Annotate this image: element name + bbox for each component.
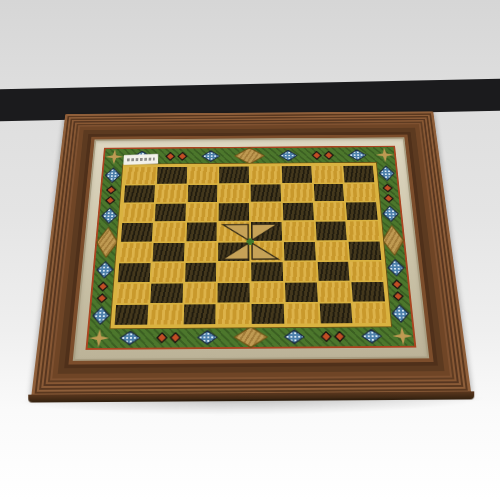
- red-diamond-motif: [382, 184, 395, 203]
- square-c3: [185, 262, 217, 281]
- blue-diamond-motif: [378, 165, 396, 181]
- square-c4: [185, 242, 216, 261]
- blue-diamond-motif: [279, 150, 298, 162]
- square-h1: [353, 303, 387, 323]
- blue-diamond-motif: [91, 306, 111, 325]
- tan-diamond-motif: [380, 225, 406, 257]
- blue-diamond-motif: [347, 149, 367, 161]
- square-a5: [121, 223, 153, 241]
- square-h3: [350, 261, 383, 280]
- square-b5: [153, 223, 184, 241]
- star-icon: [375, 147, 395, 162]
- square-a8: [125, 167, 156, 184]
- corner-star-motif: [389, 324, 416, 347]
- square-e2: [251, 283, 283, 303]
- square-b3: [151, 263, 183, 282]
- square-a4: [119, 243, 151, 262]
- square-f5: [283, 222, 314, 240]
- square-d2: [218, 283, 250, 303]
- square-a2: [116, 283, 149, 303]
- square-e8: [251, 166, 281, 183]
- red-diamond-motif: [391, 279, 405, 301]
- motif-strip-top: [125, 146, 375, 166]
- square-g7: [313, 184, 344, 201]
- square-g3: [317, 261, 349, 280]
- square-b7: [156, 185, 187, 202]
- red-diamond-motif: [156, 332, 182, 344]
- blue-diamond-motif: [197, 330, 219, 345]
- center-motif: [213, 219, 287, 264]
- square-a6: [122, 204, 153, 222]
- square-a7: [124, 185, 155, 202]
- painted-border: [85, 146, 416, 350]
- square-a1: [115, 305, 148, 325]
- tan-diamond-motif: [233, 326, 268, 348]
- square-f3: [284, 262, 316, 281]
- square-f6: [283, 203, 314, 221]
- motif-strip-bottom: [111, 325, 391, 350]
- square-g5: [315, 222, 347, 240]
- square-h7: [345, 184, 376, 201]
- framed-board: [31, 111, 471, 396]
- square-e6: [251, 203, 281, 221]
- corner-star-motif: [373, 146, 397, 164]
- floor-shadow: [14, 397, 488, 416]
- square-h6: [346, 202, 378, 220]
- square-d6: [219, 203, 249, 221]
- game-board-photo: [29, 38, 471, 396]
- square-c8: [188, 167, 218, 184]
- blue-diamond-motif: [201, 150, 220, 162]
- blue-diamond-motif: [390, 304, 410, 323]
- blue-diamond-motif: [360, 329, 382, 344]
- square-g6: [314, 203, 345, 221]
- square-c2: [184, 283, 216, 303]
- square-d7: [219, 185, 249, 202]
- square-d3: [218, 262, 250, 281]
- red-diamond-motif: [165, 152, 188, 161]
- blue-diamond-motif: [104, 167, 122, 183]
- square-e7: [251, 184, 281, 201]
- checkerboard: [113, 164, 389, 326]
- square-b2: [150, 283, 183, 303]
- blue-diamond-motif: [119, 330, 141, 345]
- square-h8: [344, 166, 375, 183]
- center-triangle: [252, 243, 278, 259]
- square-c6: [187, 204, 218, 222]
- red-diamond-motif: [311, 151, 334, 160]
- square-f1: [285, 303, 318, 323]
- square-g2: [318, 282, 351, 302]
- square-f4: [284, 242, 316, 261]
- square-g4: [316, 241, 348, 260]
- square-b8: [157, 167, 187, 184]
- corner-star-motif: [85, 327, 112, 350]
- square-c5: [186, 223, 217, 241]
- square-f8: [282, 166, 312, 183]
- square-h5: [347, 222, 379, 240]
- tan-diamond-motif: [94, 227, 119, 259]
- square-d1: [217, 304, 249, 324]
- red-diamond-motif: [105, 185, 118, 204]
- red-diamond-motif: [320, 331, 346, 343]
- square-f7: [282, 184, 312, 201]
- square-e1: [252, 304, 285, 324]
- blue-diamond-motif: [386, 259, 405, 277]
- blue-diamond-motif: [381, 205, 400, 222]
- star-icon: [105, 149, 124, 164]
- square-g8: [313, 166, 343, 183]
- square-a3: [118, 263, 151, 282]
- center-triangle: [223, 243, 249, 259]
- blue-diamond-motif: [95, 261, 114, 279]
- red-diamond-motif: [96, 281, 110, 303]
- square-b6: [155, 204, 186, 222]
- center-cross: [248, 238, 252, 244]
- blue-diamond-motif: [283, 329, 305, 344]
- lot-sticker: [123, 154, 158, 165]
- tan-diamond-motif: [234, 147, 265, 165]
- center-triangle: [223, 224, 248, 240]
- square-h2: [352, 282, 385, 302]
- square-d8: [219, 166, 249, 183]
- square-c7: [187, 185, 217, 202]
- square-f2: [285, 282, 317, 302]
- frame-liner: [73, 137, 430, 361]
- square-c1: [183, 304, 216, 324]
- star-icon: [88, 329, 110, 348]
- center-triangle: [252, 224, 278, 240]
- square-h4: [349, 241, 381, 260]
- blue-diamond-motif: [100, 207, 118, 224]
- square-b4: [152, 242, 184, 261]
- picture-frame: [31, 111, 471, 396]
- square-e3: [251, 262, 283, 281]
- square-b1: [149, 304, 182, 324]
- square-g1: [319, 303, 352, 323]
- star-icon: [392, 327, 414, 346]
